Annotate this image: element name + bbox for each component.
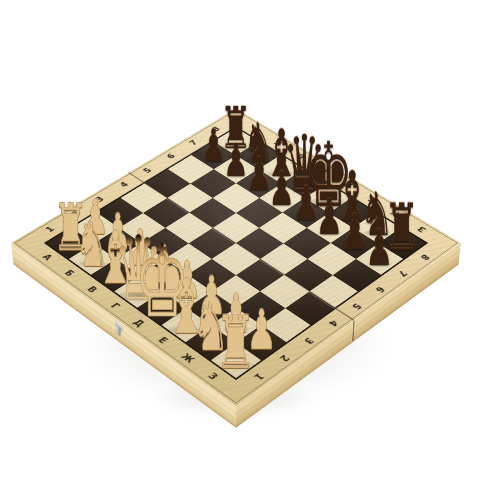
scene-3d: АБВГДЕЖЗ АБВГДЕЖЗ 87654321 87654321 (0, 0, 480, 480)
metal-clasp-icon (114, 320, 124, 340)
box-fold-seam (352, 321, 355, 342)
chess-board: АБВГДЕЖЗ АБВГДЕЖЗ 87654321 87654321 (11, 108, 461, 406)
playing-field (44, 126, 429, 380)
product-photo: АБВГДЕЖЗ АБВГДЕЖЗ 87654321 87654321 ♜♞♝♛… (0, 0, 480, 480)
